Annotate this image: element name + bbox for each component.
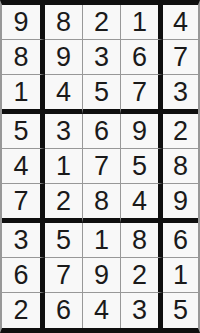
cell-r1c4[interactable]: 1 [121,5,163,40]
cell-r5c3[interactable]: 7 [83,149,121,184]
cell-r4c1[interactable]: 5 [2,114,45,149]
cell-r1c1[interactable]: 9 [2,5,45,40]
cell-r2c2[interactable]: 9 [45,40,83,75]
cell-r9c5[interactable]: 5 [163,293,198,328]
cell-r1c2[interactable]: 8 [45,5,83,40]
cell-r7c1[interactable]: 3 [2,223,45,258]
cell-r9c3[interactable]: 4 [83,293,121,328]
cell-r5c1[interactable]: 4 [2,149,45,184]
cell-r4c4[interactable]: 9 [121,114,163,149]
cell-r6c1[interactable]: 7 [2,184,45,223]
cell-r9c4[interactable]: 3 [121,293,163,328]
cell-r2c3[interactable]: 3 [83,40,121,75]
cell-r7c3[interactable]: 1 [83,223,121,258]
cell-r8c2[interactable]: 7 [45,258,83,293]
cell-r5c5[interactable]: 8 [163,149,198,184]
cell-r1c5[interactable]: 4 [163,5,198,40]
cell-r1c3[interactable]: 2 [83,5,121,40]
cell-r8c5[interactable]: 1 [163,258,198,293]
cell-r2c4[interactable]: 6 [121,40,163,75]
cell-r6c2[interactable]: 2 [45,184,83,223]
cell-r3c2[interactable]: 4 [45,75,83,114]
cell-r9c2[interactable]: 6 [45,293,83,328]
cell-r8c1[interactable]: 6 [2,258,45,293]
cell-r3c4[interactable]: 7 [121,75,163,114]
cell-r2c1[interactable]: 8 [2,40,45,75]
cell-r6c4[interactable]: 4 [121,184,163,223]
cell-r5c4[interactable]: 5 [121,149,163,184]
cell-r3c3[interactable]: 5 [83,75,121,114]
cell-r9c1[interactable]: 2 [2,293,45,328]
cell-r4c2[interactable]: 3 [45,114,83,149]
cell-r6c3[interactable]: 8 [83,184,121,223]
cell-r3c1[interactable]: 1 [2,75,45,114]
cell-r8c4[interactable]: 2 [121,258,163,293]
cell-r3c5[interactable]: 3 [163,75,198,114]
sudoku-board: 9 8 2 1 4 8 9 3 6 7 1 4 5 7 3 5 3 6 9 2 … [0,0,200,333]
cell-r4c5[interactable]: 2 [163,114,198,149]
cell-r4c3[interactable]: 6 [83,114,121,149]
cell-r7c4[interactable]: 8 [121,223,163,258]
cell-r7c2[interactable]: 5 [45,223,83,258]
cell-r7c5[interactable]: 6 [163,223,198,258]
cell-r2c5[interactable]: 7 [163,40,198,75]
cell-r8c3[interactable]: 9 [83,258,121,293]
cell-r5c2[interactable]: 1 [45,149,83,184]
cell-r6c5[interactable]: 9 [163,184,198,223]
